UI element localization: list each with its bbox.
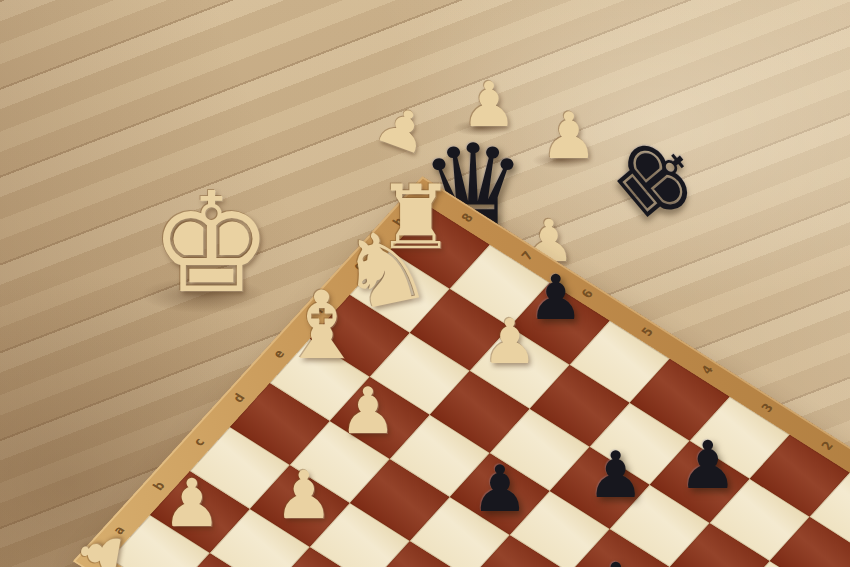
rank-label-8: 8 xyxy=(458,211,476,225)
piece-white-pawn-offboard: ♟ xyxy=(540,104,597,168)
piece-black-pawn-e5: ♟ xyxy=(471,457,528,521)
rank-label-5: 5 xyxy=(638,325,656,339)
file-label-d: d xyxy=(230,391,248,405)
piece-white-pawn-offboard: ♟ xyxy=(461,74,517,136)
piece-white-bishop-e8: ♝ xyxy=(280,279,364,373)
rank-label-3: 3 xyxy=(758,401,776,415)
piece-white-king-offboard: ♚ xyxy=(149,175,273,313)
file-label-c: c xyxy=(190,435,207,448)
piece-white-pawn-fallen: ♟ xyxy=(71,523,130,567)
piece-black-pawn-g3: ♟ xyxy=(678,433,737,499)
rank-label-2: 2 xyxy=(818,439,836,453)
piece-white-pawn-e7: ♟ xyxy=(339,379,396,443)
piece-white-pawn-g6: ♟ xyxy=(482,311,538,373)
piece-white-pawn-c7: ♟ xyxy=(274,463,333,529)
piece-white-pawn-b8: ♟ xyxy=(162,471,221,537)
photo-scene: abcdefgh87654321 ♜♞♝♟♟♟♟♟♟♟♟♟♟♟♟♟♛♚♚♟ xyxy=(0,0,850,567)
piece-black-pawn-e3: ♟ xyxy=(586,555,645,567)
rank-label-4: 4 xyxy=(698,363,716,377)
piece-black-pawn-f4: ♟ xyxy=(587,443,644,507)
